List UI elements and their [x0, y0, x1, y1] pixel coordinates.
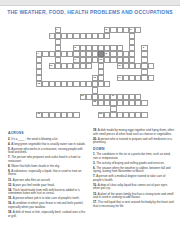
clue-number: 4: [50, 34, 51, 37]
clue-item: 7. A person with a medical degree traine…: [93, 175, 174, 182]
clue-item: 5. A person who works in a restaurant, s…: [8, 148, 88, 155]
clue-number: 2: [106, 28, 107, 31]
down-clue-list: 1. The conditions in the air at a partic…: [93, 153, 174, 208]
clue-number: 10: [99, 58, 102, 61]
clue-item: 3. The activity of buying and selling go…: [93, 162, 174, 166]
clue-item: 12. A pain you feel inside your head.: [8, 184, 88, 188]
clue-item: 1. The conditions in the air at a partic…: [93, 153, 174, 160]
clue-item: 11. A person who flies an aircraft.: [8, 179, 88, 183]
clue-number: 16: [81, 94, 84, 97]
page-title: THE WEATHER, FOOD, HEALTH PROBLEMS AND O…: [2, 9, 178, 15]
scan-edge-band: [0, 0, 180, 6]
clue-number: 12: [118, 64, 121, 67]
across-header: ACROSS: [8, 131, 88, 136]
clue-number: 13: [93, 76, 96, 79]
grid-cell[interactable]: [148, 63, 154, 69]
clue-number: 19: [37, 112, 40, 115]
down-header: DOWN: [93, 147, 174, 152]
clue-item: 7. The person who prepares and cooks foo…: [8, 156, 88, 163]
clue-number: 3: [130, 28, 131, 31]
clue-number: 7: [37, 52, 38, 55]
clue-number: 11: [50, 64, 53, 67]
across-clues-column: ACROSS 2. It's a ____ : the wind is blow…: [8, 129, 88, 220]
across-clue-list-continued: 19. A dish made by mixing eggs together …: [93, 129, 174, 145]
clue-number: 17: [112, 94, 115, 97]
across-clue-list: 2. It's a ____ : the wind is blowing a l…: [8, 138, 88, 219]
clue-item: 2. It's a ____ : the wind is blowing a l…: [8, 138, 88, 142]
clue-number: 9: [75, 58, 76, 61]
clue-item: 15. A person whose job is to take care o…: [8, 197, 88, 201]
clue-item: 9. A substance, especially a liquid, tha…: [8, 170, 88, 177]
grid-cell[interactable]: [104, 81, 110, 87]
grid-cell[interactable]: [141, 112, 147, 118]
clue-number: 5: [75, 46, 76, 49]
grid-cell[interactable]: [148, 75, 154, 81]
clue-number: 15: [37, 82, 40, 85]
clue-number: 18: [93, 100, 96, 103]
grid-cell[interactable]: [141, 100, 147, 106]
clue-number: 6: [143, 46, 144, 49]
clue-item: 13. A plant of the onion family that has…: [93, 193, 174, 200]
down-clues-column: 19. A dish made by mixing eggs together …: [93, 129, 174, 210]
clue-number: 1: [56, 28, 57, 31]
clue-item: 20. A person who is trained to prepare a…: [93, 138, 174, 145]
clue-item: 14. Thick liquid made from milk with bac…: [8, 189, 88, 196]
clue-item: 18. A dish of meat or fish, especially b…: [8, 211, 88, 218]
clue-number: 14: [118, 76, 121, 79]
grid-cell[interactable]: [86, 63, 92, 69]
worksheet-page: THE WEATHER, FOOD, HEALTH PROBLEMS AND O…: [0, 0, 180, 233]
crossword-grid: 1234567891011121314151617181920: [30, 27, 154, 118]
grid-cell[interactable]: [73, 112, 79, 118]
clue-item: 6. The season when the weather is coldes…: [93, 167, 174, 174]
clue-item: 8. Water that falls from clouds in the s…: [8, 165, 88, 169]
clue-item: 4. A long green vegetable that is usuall…: [8, 143, 88, 147]
clue-item: 19. A dish made by mixing eggs together …: [93, 129, 174, 136]
clue-number: 20: [99, 112, 102, 115]
grid-cell[interactable]: [104, 33, 110, 39]
clue-item: 16. A condition in which your throat is …: [8, 202, 88, 209]
clue-number: 8: [106, 52, 107, 55]
clue-item: 10. A drop of clear salty liquid that co…: [93, 184, 174, 191]
clue-item: 17. The red liquid that is sent around t…: [93, 201, 174, 208]
grid-cell[interactable]: [135, 27, 141, 33]
